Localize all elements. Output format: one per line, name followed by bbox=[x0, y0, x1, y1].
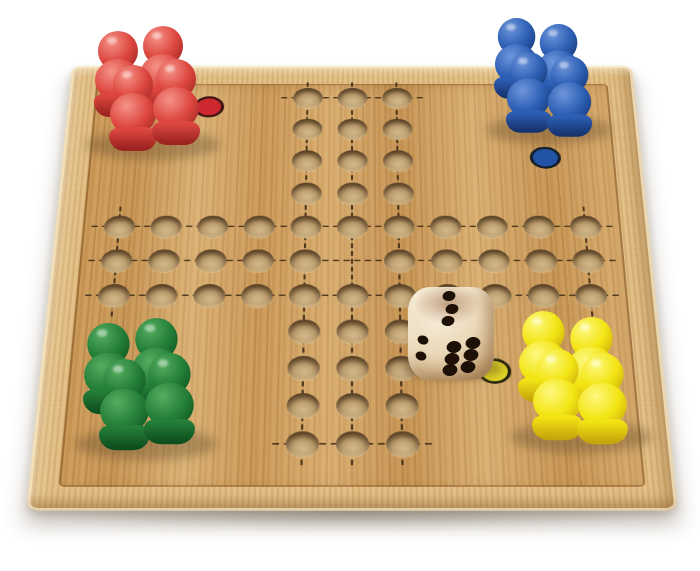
pawn-yellow-4[interactable] bbox=[577, 353, 628, 444]
pawn-red-4[interactable] bbox=[152, 59, 200, 145]
pawn-blue-4[interactable] bbox=[547, 56, 592, 137]
die-pip bbox=[417, 334, 430, 346]
pawn-base bbox=[109, 127, 157, 151]
die-pip bbox=[414, 350, 427, 362]
pawn-blue-3[interactable] bbox=[506, 52, 551, 133]
die-pip bbox=[462, 348, 479, 362]
pawn-red-3[interactable] bbox=[109, 65, 157, 151]
die-pip bbox=[445, 303, 460, 315]
die-pip bbox=[460, 360, 477, 374]
pawn-base bbox=[152, 121, 200, 145]
pawn-base bbox=[144, 419, 195, 444]
scene bbox=[0, 0, 700, 571]
pawn-base bbox=[532, 415, 583, 440]
pawn-base bbox=[547, 114, 592, 137]
die-pip bbox=[442, 290, 457, 302]
pieces-layer bbox=[0, 0, 700, 571]
pawn-base bbox=[99, 425, 150, 450]
die-pip bbox=[440, 315, 455, 327]
die-pip bbox=[442, 363, 459, 377]
pawn-green-4[interactable] bbox=[144, 353, 195, 444]
pawn-yellow-3[interactable] bbox=[532, 349, 583, 440]
pawn-base bbox=[577, 419, 628, 444]
die-pip bbox=[445, 339, 462, 353]
die[interactable] bbox=[408, 287, 494, 380]
pawn-base bbox=[506, 110, 551, 133]
pawn-green-3[interactable] bbox=[99, 359, 150, 450]
